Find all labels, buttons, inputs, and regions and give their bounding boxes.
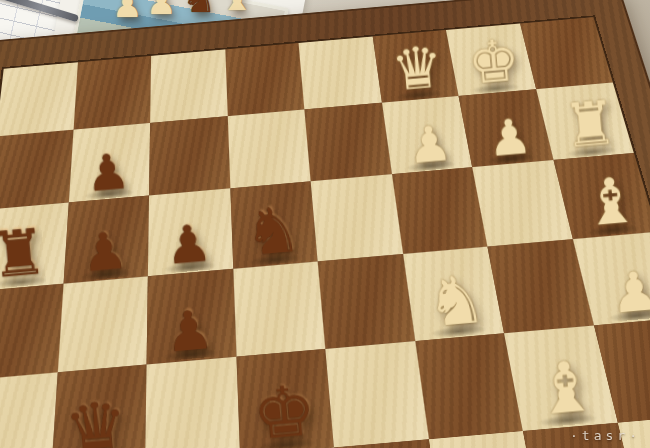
square-g8[interactable]: ♚ — [446, 24, 536, 96]
piece-black-pawn[interactable]: ♟ — [59, 222, 148, 281]
square-b4[interactable]: ♛ — [51, 365, 147, 448]
square-c4[interactable] — [145, 357, 239, 448]
square-c6[interactable]: ♟ — [148, 188, 233, 275]
square-e7[interactable] — [304, 102, 391, 181]
square-d8[interactable] — [225, 43, 304, 116]
photo-stage: ♟♟♞♝ ♛♚♟♟♟♜♜♟♟♞♝♟♞♟♛♚♝♝♟♟♜ ·tasr· — [0, 0, 650, 448]
square-f5[interactable]: ♞ — [402, 246, 504, 341]
square-c8[interactable] — [150, 49, 227, 122]
square-h6[interactable]: ♝ — [553, 153, 650, 239]
board-frame: ♛♚♟♟♟♜♜♟♟♞♝♟♞♟♛♚♝♝♟♟♜ — [0, 0, 650, 448]
piece-white-pawn[interactable]: ♟ — [387, 117, 472, 173]
square-d5[interactable] — [233, 261, 326, 357]
square-e8[interactable] — [299, 37, 382, 109]
square-a6[interactable]: ♜ — [0, 202, 68, 290]
square-c5[interactable]: ♟ — [147, 268, 236, 364]
piece-white-pawn[interactable]: ♟ — [467, 109, 552, 165]
piece-black-pawn[interactable]: ♟ — [142, 300, 236, 362]
captured-piece-black-knight: ♞ — [182, 0, 216, 18]
square-b5[interactable] — [57, 276, 148, 373]
square-d4[interactable]: ♚ — [236, 349, 334, 448]
piece-black-pawn[interactable]: ♟ — [65, 145, 150, 201]
captured-piece-white-bishop: ♝ — [220, 0, 254, 16]
captured-piece-white-pawn: ♟ — [112, 0, 142, 22]
square-f6[interactable] — [391, 167, 487, 253]
chess-board: ♛♚♟♟♟♜♜♟♟♞♝♟♞♟♛♚♝♝♟♟♜ — [0, 17, 650, 448]
piece-white-bishop[interactable]: ♝ — [565, 166, 650, 236]
square-a7[interactable] — [0, 129, 73, 209]
square-e4[interactable] — [325, 341, 428, 447]
square-d6[interactable]: ♞ — [230, 181, 318, 268]
piece-black-pawn[interactable]: ♟ — [144, 215, 233, 274]
square-f7[interactable]: ♟ — [381, 95, 472, 174]
square-g4[interactable]: ♝ — [504, 325, 617, 430]
piece-white-pawn[interactable]: ♟ — [587, 261, 650, 323]
captured-piece-white-pawn: ♟ — [146, 0, 176, 19]
square-f8[interactable]: ♛ — [372, 30, 458, 102]
square-e5[interactable] — [318, 253, 415, 348]
piece-white-queen[interactable]: ♛ — [376, 37, 458, 101]
piece-black-rook[interactable]: ♜ — [0, 218, 64, 288]
watermark: ·tasr· — [570, 428, 641, 443]
square-e6[interactable] — [311, 174, 403, 261]
square-b7[interactable]: ♟ — [68, 122, 150, 202]
square-a5[interactable] — [0, 283, 63, 380]
square-d7[interactable] — [227, 109, 310, 188]
piece-white-bishop[interactable]: ♝ — [515, 349, 615, 427]
square-b6[interactable]: ♟ — [63, 195, 149, 283]
piece-black-queen[interactable]: ♛ — [46, 390, 146, 448]
square-c7[interactable] — [149, 116, 230, 196]
piece-white-rook[interactable]: ♜ — [547, 91, 633, 158]
piece-black-king[interactable]: ♚ — [234, 374, 334, 448]
piece-black-knight[interactable]: ♞ — [227, 196, 317, 266]
square-a8[interactable] — [0, 62, 77, 136]
piece-white-knight[interactable]: ♞ — [408, 264, 503, 338]
piece-white-king[interactable]: ♚ — [453, 30, 535, 94]
square-b8[interactable] — [73, 56, 151, 129]
chess-board-wrap: ♛♚♟♟♟♜♜♟♟♞♝♟♞♟♛♚♝♝♟♟♜ — [0, 0, 650, 448]
